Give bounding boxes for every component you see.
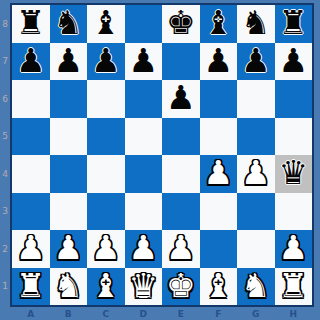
square-b8[interactable]: ♞ (50, 5, 88, 43)
square-a1[interactable]: ♜ (12, 268, 50, 306)
rank-label-6: 6 (0, 80, 10, 118)
square-g2[interactable] (237, 230, 275, 268)
square-h5[interactable] (275, 118, 313, 156)
square-c2[interactable]: ♟ (87, 230, 125, 268)
square-g3[interactable] (237, 193, 275, 231)
square-c4[interactable] (87, 155, 125, 193)
square-e8[interactable]: ♚ (162, 5, 200, 43)
square-g6[interactable] (237, 80, 275, 118)
square-a8[interactable]: ♜ (12, 5, 50, 43)
white-pawn: ♟ (278, 231, 308, 264)
square-e6[interactable]: ♟ (162, 80, 200, 118)
square-f7[interactable]: ♟ (200, 43, 238, 81)
square-b2[interactable]: ♟ (50, 230, 88, 268)
black-pawn: ♟ (203, 44, 233, 77)
file-label-g: G (237, 307, 275, 320)
white-pawn: ♟ (203, 156, 233, 189)
square-c8[interactable]: ♝ (87, 5, 125, 43)
rank-label-3: 3 (0, 193, 10, 231)
square-g7[interactable]: ♟ (237, 43, 275, 81)
square-d1[interactable]: ♛ (125, 268, 163, 306)
square-a4[interactable] (12, 155, 50, 193)
square-a2[interactable]: ♟ (12, 230, 50, 268)
file-label-c: C (87, 307, 125, 320)
square-h2[interactable]: ♟ (275, 230, 313, 268)
black-pawn: ♟ (91, 44, 121, 77)
square-f2[interactable] (200, 230, 238, 268)
white-queen: ♛ (128, 269, 158, 302)
rank-label-7: 7 (0, 43, 10, 81)
black-pawn: ♟ (53, 44, 83, 77)
rank-label-5: 5 (0, 118, 10, 156)
square-c6[interactable] (87, 80, 125, 118)
square-d4[interactable] (125, 155, 163, 193)
white-pawn: ♟ (166, 231, 196, 264)
square-b6[interactable] (50, 80, 88, 118)
white-knight: ♞ (241, 269, 271, 302)
white-bishop: ♝ (91, 269, 121, 302)
square-a7[interactable]: ♟ (12, 43, 50, 81)
rank-label-4: 4 (0, 155, 10, 193)
square-h3[interactable] (275, 193, 313, 231)
square-g1[interactable]: ♞ (237, 268, 275, 306)
square-a5[interactable] (12, 118, 50, 156)
file-label-a: A (12, 307, 50, 320)
square-b7[interactable]: ♟ (50, 43, 88, 81)
square-c1[interactable]: ♝ (87, 268, 125, 306)
square-h4[interactable]: ♛ (275, 155, 313, 193)
square-d5[interactable] (125, 118, 163, 156)
white-bishop: ♝ (203, 269, 233, 302)
white-pawn: ♟ (91, 231, 121, 264)
white-pawn: ♟ (16, 231, 46, 264)
square-f6[interactable] (200, 80, 238, 118)
square-f3[interactable] (200, 193, 238, 231)
square-d3[interactable] (125, 193, 163, 231)
file-label-d: D (125, 307, 163, 320)
square-h7[interactable]: ♟ (275, 43, 313, 81)
chess-board: ♜♞♝♚♝♞♜♟♟♟♟♟♟♟♟♟♟♛♟♟♟♟♟♟♜♞♝♛♚♝♞♜ (10, 3, 314, 307)
black-pawn: ♟ (16, 44, 46, 77)
square-c7[interactable]: ♟ (87, 43, 125, 81)
square-h1[interactable]: ♜ (275, 268, 313, 306)
square-b5[interactable] (50, 118, 88, 156)
black-rook: ♜ (278, 6, 308, 39)
file-label-h: H (275, 307, 313, 320)
square-a3[interactable] (12, 193, 50, 231)
square-d2[interactable]: ♟ (125, 230, 163, 268)
square-c5[interactable] (87, 118, 125, 156)
black-knight: ♞ (53, 6, 83, 39)
square-h8[interactable]: ♜ (275, 5, 313, 43)
square-f4[interactable]: ♟ (200, 155, 238, 193)
black-rook: ♜ (16, 6, 46, 39)
white-pawn: ♟ (53, 231, 83, 264)
black-pawn: ♟ (128, 44, 158, 77)
square-f8[interactable]: ♝ (200, 5, 238, 43)
black-pawn: ♟ (241, 44, 271, 77)
square-e5[interactable] (162, 118, 200, 156)
chess-app-window: 87654321 ♜♞♝♚♝♞♜♟♟♟♟♟♟♟♟♟♟♛♟♟♟♟♟♟♜♞♝♛♚♝♞… (0, 0, 320, 320)
white-rook: ♜ (278, 269, 308, 302)
rank-labels: 87654321 (0, 5, 10, 305)
rank-label-1: 1 (0, 268, 10, 306)
square-h6[interactable] (275, 80, 313, 118)
square-e3[interactable] (162, 193, 200, 231)
white-king: ♚ (166, 269, 196, 302)
file-labels: ABCDEFGH (12, 307, 312, 320)
square-e1[interactable]: ♚ (162, 268, 200, 306)
white-knight: ♞ (53, 269, 83, 302)
square-f5[interactable] (200, 118, 238, 156)
black-pawn: ♟ (278, 44, 308, 77)
file-label-f: F (200, 307, 238, 320)
square-d8[interactable] (125, 5, 163, 43)
square-g8[interactable]: ♞ (237, 5, 275, 43)
white-pawn: ♟ (128, 231, 158, 264)
black-king: ♚ (166, 6, 196, 39)
square-d6[interactable] (125, 80, 163, 118)
square-b3[interactable] (50, 193, 88, 231)
black-pawn: ♟ (166, 81, 196, 114)
square-b1[interactable]: ♞ (50, 268, 88, 306)
square-e4[interactable] (162, 155, 200, 193)
square-b4[interactable] (50, 155, 88, 193)
square-e2[interactable]: ♟ (162, 230, 200, 268)
white-rook: ♜ (16, 269, 46, 302)
square-g5[interactable] (237, 118, 275, 156)
white-pawn: ♟ (241, 156, 271, 189)
black-bishop: ♝ (203, 6, 233, 39)
square-f1[interactable]: ♝ (200, 268, 238, 306)
file-label-b: B (50, 307, 88, 320)
rank-label-8: 8 (0, 5, 10, 43)
black-queen: ♛ (278, 156, 308, 189)
square-g4[interactable]: ♟ (237, 155, 275, 193)
file-label-e: E (162, 307, 200, 320)
square-e7[interactable] (162, 43, 200, 81)
square-d7[interactable]: ♟ (125, 43, 163, 81)
rank-label-2: 2 (0, 230, 10, 268)
square-c3[interactable] (87, 193, 125, 231)
square-a6[interactable] (12, 80, 50, 118)
black-bishop: ♝ (91, 6, 121, 39)
black-knight: ♞ (241, 6, 271, 39)
